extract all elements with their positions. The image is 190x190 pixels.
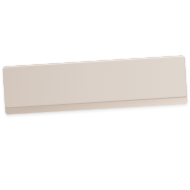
mancala-board bbox=[3, 55, 188, 114]
photo-background bbox=[0, 0, 190, 190]
